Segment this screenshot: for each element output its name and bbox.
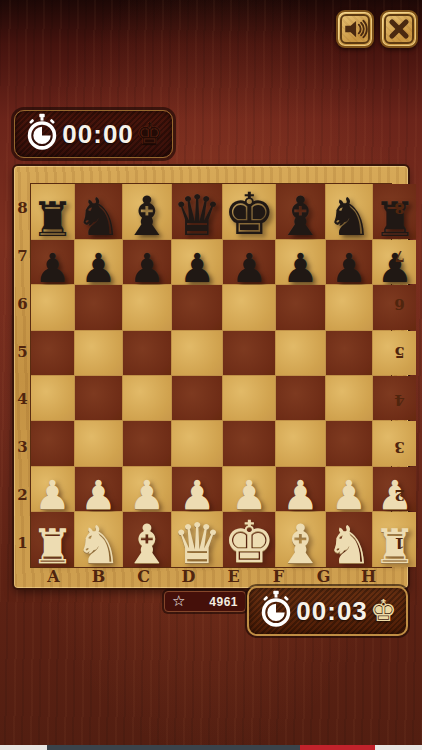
square-d2[interactable]: ♟	[172, 467, 222, 511]
square-b1[interactable]: ♞	[75, 512, 122, 567]
banner-segment-3	[375, 745, 422, 750]
square-b8[interactable]: ♞	[75, 184, 122, 239]
score-value: 4961	[209, 595, 238, 609]
banner-segment-2	[300, 745, 375, 750]
square-c1[interactable]: ♝	[123, 512, 171, 567]
rank-label-right-8: 8	[391, 184, 408, 232]
piece-white-queen[interactable]: ♛	[172, 517, 222, 570]
square-d1[interactable]: ♛	[172, 512, 222, 567]
square-b4[interactable]	[75, 376, 122, 420]
piece-black-bishop[interactable]: ♝	[276, 191, 324, 242]
piece-white-pawn[interactable]: ♟	[35, 476, 71, 514]
white-king-icon: ♚	[370, 596, 397, 626]
piece-black-pawn[interactable]: ♟	[129, 249, 165, 287]
square-a5[interactable]	[31, 331, 74, 375]
square-g3[interactable]	[326, 421, 373, 465]
rank-label-right-3: 3	[391, 423, 408, 471]
close-icon	[384, 14, 414, 44]
piece-white-pawn[interactable]: ♟	[129, 476, 165, 514]
square-e7[interactable]: ♟	[223, 240, 275, 284]
piece-white-bishop[interactable]: ♝	[276, 519, 324, 570]
piece-black-pawn[interactable]: ♟	[80, 249, 116, 287]
banner-segment-1	[47, 745, 300, 750]
rank-label-right-4: 4	[391, 376, 408, 424]
white-timer-panel: 00:03 ♚	[247, 586, 408, 636]
square-c3[interactable]	[123, 421, 171, 465]
file-label-d: D	[166, 566, 211, 586]
square-g8[interactable]: ♞	[326, 184, 373, 239]
rank-label-left-5: 5	[14, 328, 31, 376]
square-g2[interactable]: ♟	[326, 467, 373, 511]
speaker-icon	[340, 14, 370, 44]
rank-label-left-7: 7	[14, 232, 31, 280]
piece-white-pawn[interactable]: ♟	[283, 476, 319, 514]
square-c6[interactable]	[123, 285, 171, 329]
square-b3[interactable]	[75, 421, 122, 465]
square-f6[interactable]	[276, 285, 324, 329]
square-f2[interactable]: ♟	[276, 467, 324, 511]
square-g5[interactable]	[326, 331, 373, 375]
square-f4[interactable]	[276, 376, 324, 420]
square-g1[interactable]: ♞	[326, 512, 373, 567]
piece-black-rook[interactable]: ♜	[31, 197, 74, 243]
piece-black-pawn[interactable]: ♟	[331, 249, 367, 287]
square-f7[interactable]: ♟	[276, 240, 324, 284]
piece-black-pawn[interactable]: ♟	[35, 249, 71, 287]
square-a8[interactable]: ♜	[31, 184, 74, 239]
piece-white-pawn[interactable]: ♟	[179, 476, 215, 514]
square-a3[interactable]	[31, 421, 74, 465]
square-a7[interactable]: ♟	[31, 240, 74, 284]
square-b6[interactable]	[75, 285, 122, 329]
banner-segment-0	[0, 745, 47, 750]
piece-black-bishop[interactable]: ♝	[123, 191, 171, 242]
piece-white-knight[interactable]: ♞	[75, 521, 122, 570]
file-label-g: G	[301, 566, 346, 586]
rank-label-right-7: 7	[391, 232, 408, 280]
rank-label-right-1: 1	[391, 519, 408, 567]
stopwatch-icon	[24, 113, 60, 155]
black-king-icon: ♚	[136, 119, 163, 149]
piece-black-knight[interactable]: ♞	[326, 193, 373, 242]
score-panel: ☆ 4961	[164, 591, 246, 612]
piece-white-bishop[interactable]: ♝	[123, 519, 171, 570]
square-e5[interactable]	[223, 331, 275, 375]
square-e1[interactable]: ♚	[223, 512, 275, 567]
rank-label-left-3: 3	[14, 423, 31, 471]
rank-label-left-6: 6	[14, 280, 31, 328]
piece-white-knight[interactable]: ♞	[326, 521, 373, 570]
rank-label-left-4: 4	[14, 376, 31, 424]
square-d5[interactable]	[172, 331, 222, 375]
square-c4[interactable]	[123, 376, 171, 420]
piece-white-king[interactable]: ♚	[223, 515, 275, 570]
square-e3[interactable]	[223, 421, 275, 465]
square-d4[interactable]	[172, 376, 222, 420]
square-f1[interactable]: ♝	[276, 512, 324, 567]
file-label-a: A	[31, 566, 76, 586]
square-d8[interactable]: ♛	[172, 184, 222, 239]
square-c8[interactable]: ♝	[123, 184, 171, 239]
star-icon: ☆	[172, 594, 185, 609]
black-timer-value: 00:00	[62, 119, 134, 150]
rank-label-right-5: 5	[391, 328, 408, 376]
piece-white-pawn[interactable]: ♟	[80, 476, 116, 514]
square-e4[interactable]	[223, 376, 275, 420]
file-label-f: F	[256, 566, 301, 586]
piece-black-pawn[interactable]: ♟	[283, 249, 319, 287]
rank-label-right-6: 6	[391, 280, 408, 328]
close-button[interactable]	[380, 10, 418, 48]
sound-button[interactable]	[336, 10, 374, 48]
file-label-h: H	[346, 566, 391, 586]
square-c5[interactable]	[123, 331, 171, 375]
square-c2[interactable]: ♟	[123, 467, 171, 511]
file-label-b: B	[76, 566, 121, 586]
piece-white-rook[interactable]: ♜	[31, 524, 74, 570]
square-g6[interactable]	[326, 285, 373, 329]
square-d3[interactable]	[172, 421, 222, 465]
piece-black-pawn[interactable]: ♟	[231, 249, 267, 287]
white-timer-value: 00:03	[296, 596, 368, 627]
rank-label-right-2: 2	[391, 471, 408, 519]
square-a4[interactable]	[31, 376, 74, 420]
square-f8[interactable]: ♝	[276, 184, 324, 239]
board-grid: ♜♞♝♛♚♝♞♜♟♟♟♟♟♟♟♟♟♟♟♟♟♟♟♟♜♞♝♛♚♝♞♜	[31, 184, 391, 567]
piece-white-pawn[interactable]: ♟	[331, 476, 367, 514]
piece-black-king[interactable]: ♚	[223, 187, 275, 242]
square-f5[interactable]	[276, 331, 324, 375]
banner-edge	[0, 745, 422, 750]
square-d6[interactable]	[172, 285, 222, 329]
square-e6[interactable]	[223, 285, 275, 329]
square-e8[interactable]: ♚	[223, 184, 275, 239]
square-a1[interactable]: ♜	[31, 512, 74, 567]
square-a6[interactable]	[31, 285, 74, 329]
square-b2[interactable]: ♟	[75, 467, 122, 511]
rank-label-left-2: 2	[14, 471, 31, 519]
square-d7[interactable]: ♟	[172, 240, 222, 284]
chess-board: ♜♞♝♛♚♝♞♜♟♟♟♟♟♟♟♟♟♟♟♟♟♟♟♟♜♞♝♛♚♝♞♜ 8877665…	[14, 166, 408, 588]
piece-black-queen[interactable]: ♛	[172, 189, 222, 242]
square-c7[interactable]: ♟	[123, 240, 171, 284]
square-f3[interactable]	[276, 421, 324, 465]
game-screen: 00:00 ♚ ♜♞♝♛♚♝♞♜♟♟♟♟♟♟♟♟♟♟♟♟♟♟♟♟♜♞♝♛♚♝♞♜…	[0, 0, 422, 750]
square-e2[interactable]: ♟	[223, 467, 275, 511]
file-label-c: C	[121, 566, 166, 586]
piece-black-pawn[interactable]: ♟	[179, 249, 215, 287]
file-label-e: E	[211, 566, 256, 586]
square-g7[interactable]: ♟	[326, 240, 373, 284]
square-a2[interactable]: ♟	[31, 467, 74, 511]
square-g4[interactable]	[326, 376, 373, 420]
square-b5[interactable]	[75, 331, 122, 375]
stopwatch-icon	[258, 590, 294, 632]
square-b7[interactable]: ♟	[75, 240, 122, 284]
rank-label-left-1: 1	[14, 519, 31, 567]
black-timer-panel: 00:00 ♚	[14, 110, 173, 158]
rank-label-left-8: 8	[14, 184, 31, 232]
piece-black-knight[interactable]: ♞	[75, 193, 122, 242]
